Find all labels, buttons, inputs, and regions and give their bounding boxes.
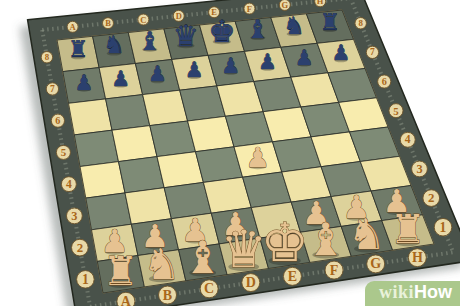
piece-black-pawn-e7[interactable]: ♟ <box>221 53 240 78</box>
wikihow-wiki-text: wiki <box>379 281 414 304</box>
piece-black-pawn-a7[interactable]: ♟ <box>75 70 94 95</box>
board-square-b6[interactable] <box>106 95 150 131</box>
file-label-top-H: H <box>317 0 324 6</box>
rank-label-left-1: 1 <box>82 272 89 287</box>
board-square-a4[interactable] <box>80 162 125 199</box>
file-label-bottom-B: B <box>163 288 172 303</box>
chessboard-photo: 8877665544332211AABBCCDDEEFFGGHH♜♞♝♛♚♝♞♜… <box>0 0 460 306</box>
wikihow-how-text: How <box>414 281 452 304</box>
piece-black-pawn-f7[interactable]: ♟ <box>258 49 277 74</box>
piece-black-pawn-c7[interactable]: ♟ <box>148 61 167 86</box>
rank-label-right-5: 5 <box>393 105 399 117</box>
board-square-b4[interactable] <box>119 157 165 193</box>
rank-label-right-7: 7 <box>370 47 375 57</box>
board-square-c4[interactable] <box>157 152 203 188</box>
piece-black-rook-a8[interactable]: ♜ <box>68 36 88 62</box>
piece-white-knight-b1[interactable]: ♞ <box>143 240 181 289</box>
piece-black-bishop-f8[interactable]: ♝ <box>246 14 269 44</box>
file-label-top-G: G <box>281 0 288 10</box>
piece-black-pawn-g7[interactable]: ♟ <box>295 45 314 70</box>
file-label-bottom-H: H <box>412 250 423 265</box>
piece-black-pawn-h7[interactable]: ♟ <box>331 40 350 65</box>
rank-label-left-2: 2 <box>77 241 83 255</box>
rank-label-right-2: 2 <box>428 191 434 205</box>
rank-label-right-8: 8 <box>358 18 363 28</box>
chess-board: 8877665544332211AABBCCDDEEFFGGHH♜♞♝♛♚♝♞♜… <box>0 0 460 306</box>
piece-black-king-e8[interactable]: ♚ <box>208 14 235 49</box>
piece-white-pawn-e4[interactable]: ♟ <box>246 142 270 173</box>
piece-black-bishop-c8[interactable]: ♝ <box>138 26 161 56</box>
board-square-a6[interactable] <box>69 99 113 135</box>
board-square-b5[interactable] <box>112 126 157 162</box>
rank-label-left-3: 3 <box>71 209 77 223</box>
rank-label-left-4: 4 <box>66 178 72 191</box>
file-label-top-C: C <box>140 15 146 25</box>
board-square-a5[interactable] <box>74 130 118 166</box>
wikihow-watermark: wikiHow <box>365 281 460 306</box>
rank-label-right-1: 1 <box>440 220 447 235</box>
piece-black-knight-g8[interactable]: ♞ <box>283 12 305 40</box>
rank-label-left-5: 5 <box>61 146 67 158</box>
rank-label-left-8: 8 <box>45 52 50 62</box>
piece-white-knight-g1[interactable]: ♞ <box>348 210 386 259</box>
file-label-top-F: F <box>247 4 252 14</box>
piece-black-queen-d8[interactable]: ♛ <box>173 19 199 53</box>
rank-label-left-7: 7 <box>50 84 55 94</box>
rank-label-right-3: 3 <box>416 162 422 176</box>
piece-black-knight-b8[interactable]: ♞ <box>103 31 125 59</box>
file-label-top-A: A <box>70 22 77 32</box>
rank-label-left-6: 6 <box>55 115 60 126</box>
piece-white-bishop-c1[interactable]: ♝ <box>183 232 223 284</box>
file-label-bottom-A: A <box>121 294 132 306</box>
rank-label-right-6: 6 <box>382 76 387 87</box>
piece-black-pawn-b7[interactable]: ♟ <box>111 66 130 91</box>
file-label-top-B: B <box>105 18 111 28</box>
piece-black-rook-h8[interactable]: ♜ <box>320 9 340 35</box>
piece-white-rook-a1[interactable]: ♜ <box>103 248 139 294</box>
rank-label-right-4: 4 <box>405 133 411 146</box>
piece-white-rook-h1[interactable]: ♜ <box>390 206 426 252</box>
piece-white-bishop-f1[interactable]: ♝ <box>306 214 346 266</box>
piece-white-king-e1[interactable]: ♚ <box>261 211 309 274</box>
piece-black-pawn-d7[interactable]: ♟ <box>185 57 204 82</box>
